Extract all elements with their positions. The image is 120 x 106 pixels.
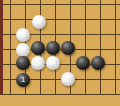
- board-left-edge: [0, 0, 3, 95]
- stone-black-C4: [31, 41, 45, 55]
- grid-vline: [10, 0, 11, 95]
- grid-vline: [115, 0, 116, 95]
- stone-black-B3: [16, 56, 30, 70]
- stone-white-C3: [31, 56, 45, 70]
- grid-vline: [85, 0, 86, 95]
- stone-white-E2: [61, 72, 75, 86]
- stone-white-D3: [46, 56, 60, 70]
- grid-hline: [2, 94, 120, 95]
- stone-white-B5: [16, 28, 30, 42]
- stone-white-B4: [16, 43, 30, 57]
- stone-black-B2: 1: [16, 73, 30, 87]
- stone-white-C6: [32, 15, 46, 29]
- move-number-label: 1: [16, 73, 30, 87]
- stone-black-D4: [46, 41, 60, 55]
- stone-black-E4: [61, 41, 75, 55]
- go-board[interactable]: 1: [0, 0, 120, 106]
- grid-vline: [100, 0, 101, 95]
- grid-hline: [2, 4, 120, 5]
- grid-hline: [2, 19, 120, 20]
- stone-black-F3: [76, 56, 90, 70]
- stone-black-G3: [91, 56, 105, 70]
